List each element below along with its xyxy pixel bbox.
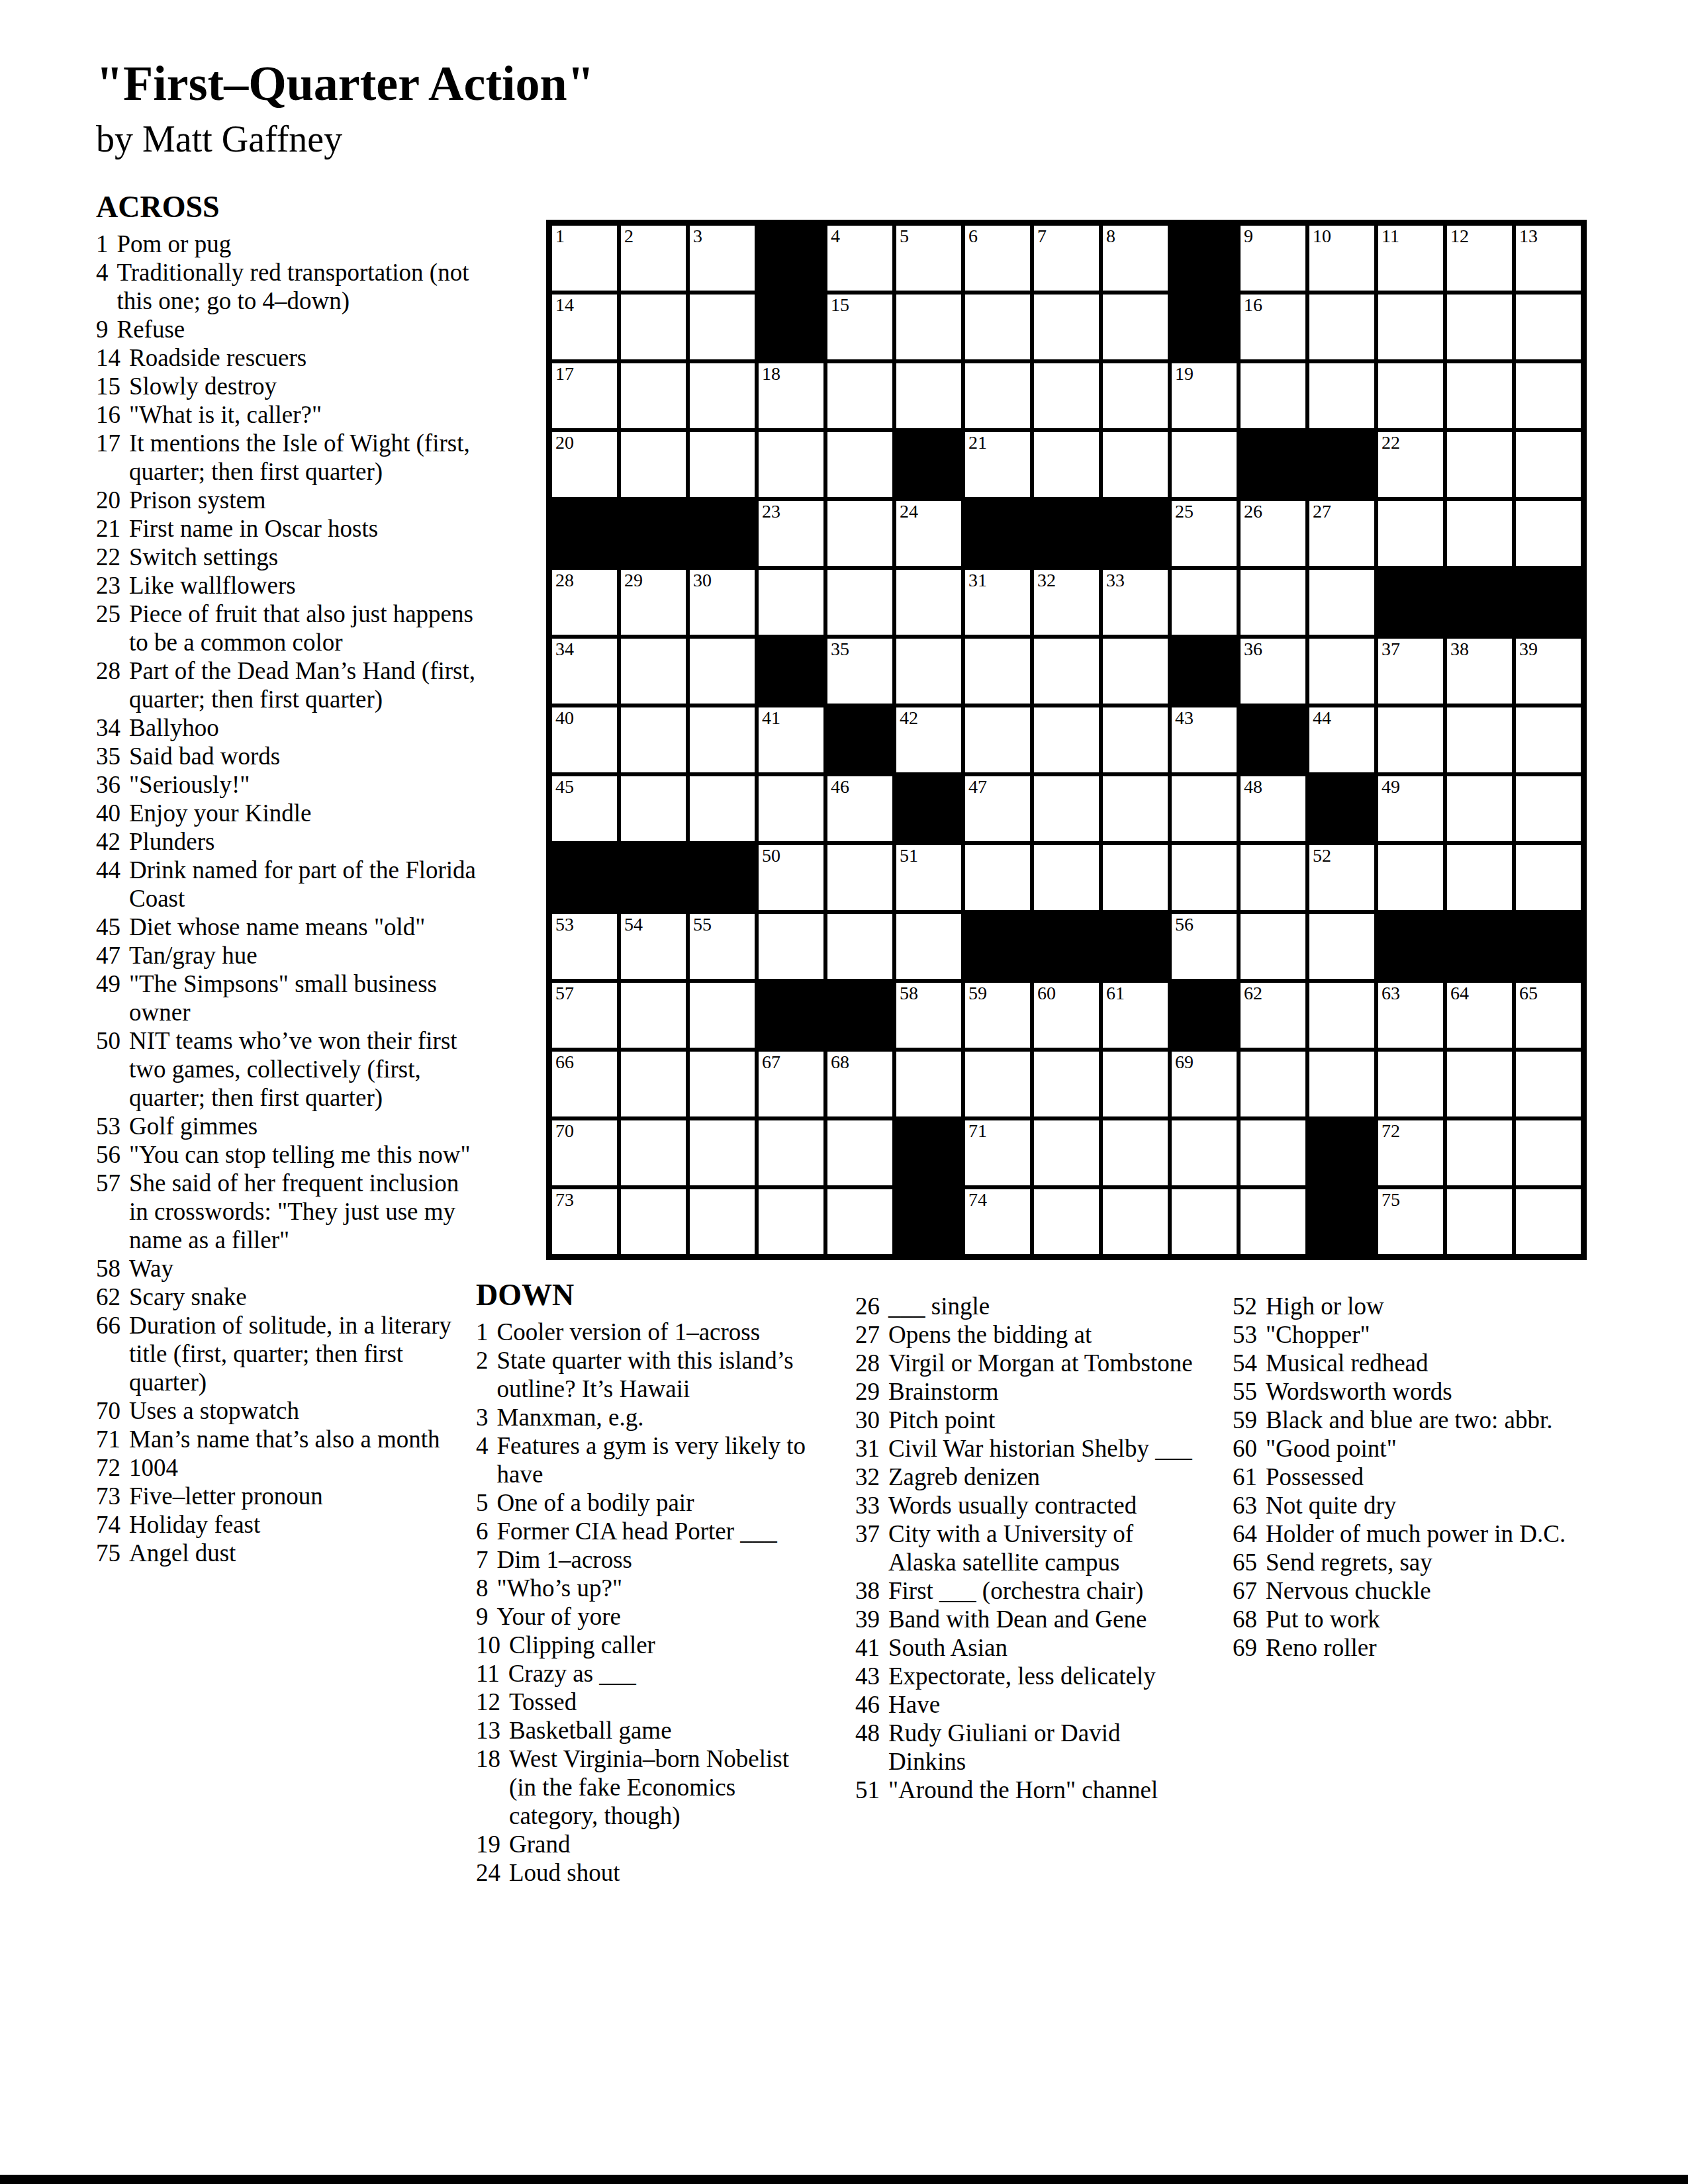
grid-cell[interactable]	[621, 363, 686, 428]
grid-cell[interactable]: 13	[1516, 226, 1581, 291]
grid-cell[interactable]: 18	[759, 363, 823, 428]
black-square	[1309, 1120, 1374, 1185]
clue-text: Piece of fruit that also just happens to…	[129, 600, 479, 657]
grid-cell[interactable]	[1378, 501, 1443, 566]
grid-cell[interactable]	[1172, 845, 1237, 910]
clue-text: She said of her frequent inclusion in cr…	[129, 1169, 479, 1254]
grid-cell[interactable]	[1103, 1120, 1168, 1185]
cell-number: 51	[900, 846, 918, 866]
grid-cell[interactable]: 23	[759, 501, 823, 566]
cell-number: 73	[555, 1190, 574, 1210]
grid-cell[interactable]: 37	[1378, 639, 1443, 704]
clue-text: Pom or pug	[117, 230, 479, 258]
grid-cell[interactable]	[1241, 1120, 1305, 1185]
cell-number: 6	[968, 226, 978, 246]
clue-number: 21	[96, 514, 120, 543]
grid-cell[interactable]: 35	[827, 639, 892, 704]
grid-cell[interactable]: 60	[1034, 983, 1099, 1048]
clue-number: 59	[1233, 1406, 1257, 1434]
grid-cell[interactable]	[896, 914, 961, 979]
clue-text: Have	[888, 1690, 1199, 1719]
grid-cell[interactable]	[896, 363, 961, 428]
clue-number: 28	[855, 1349, 880, 1377]
grid-cell[interactable]: 58	[896, 983, 961, 1048]
grid-cell[interactable]	[827, 845, 892, 910]
grid-cell[interactable]: 56	[1172, 914, 1237, 979]
grid-cell[interactable]	[621, 639, 686, 704]
cell-number: 43	[1175, 708, 1194, 728]
grid-cell[interactable]: 55	[690, 914, 755, 979]
grid-cell[interactable]	[1309, 1052, 1374, 1116]
down-clue: 5One of a bodily pair	[476, 1488, 810, 1517]
clue-number: 5	[476, 1488, 489, 1517]
grid-cell[interactable]	[759, 432, 823, 497]
grid-cell[interactable]	[1172, 776, 1237, 841]
grid-cell[interactable]	[1241, 570, 1305, 635]
grid-cell[interactable]	[1241, 1052, 1305, 1116]
clue-number: 62	[96, 1283, 120, 1311]
cell-number: 59	[968, 983, 987, 1003]
grid-cell[interactable]	[1034, 363, 1099, 428]
grid-cell[interactable]: 7	[1034, 226, 1099, 291]
grid-cell[interactable]	[1034, 639, 1099, 704]
grid-cell[interactable]: 30	[690, 570, 755, 635]
grid-cell[interactable]: 14	[552, 295, 617, 359]
grid-cell[interactable]: 59	[965, 983, 1030, 1048]
cell-number: 70	[555, 1121, 574, 1141]
grid-cell[interactable]	[690, 1120, 755, 1185]
grid-cell[interactable]	[1103, 295, 1168, 359]
black-square	[759, 295, 823, 359]
grid-cell[interactable]	[690, 1052, 755, 1116]
grid-cell[interactable]	[1172, 432, 1237, 497]
grid-cell[interactable]: 27	[1309, 501, 1374, 566]
across-clue: 49"The Simpsons" small business owner	[96, 970, 479, 1026]
grid-cell[interactable]: 29	[621, 570, 686, 635]
grid-cell[interactable]: 20	[552, 432, 617, 497]
grid-cell[interactable]	[1103, 1189, 1168, 1254]
grid-cell[interactable]	[827, 1120, 892, 1185]
grid-cell[interactable]: 72	[1378, 1120, 1443, 1185]
clue-number: 42	[96, 827, 120, 856]
cell-number: 25	[1175, 502, 1194, 522]
cell-number: 24	[900, 502, 918, 522]
grid-cell[interactable]	[827, 1189, 892, 1254]
grid-cell[interactable]	[690, 432, 755, 497]
grid-cell[interactable]	[1447, 1052, 1512, 1116]
grid-cell[interactable]	[896, 295, 961, 359]
clue-number: 54	[1233, 1349, 1257, 1377]
clue-number: 50	[96, 1026, 120, 1112]
grid-cell[interactable]	[1103, 845, 1168, 910]
grid-cell[interactable]: 6	[965, 226, 1030, 291]
grid-cell[interactable]	[690, 639, 755, 704]
grid-cell[interactable]	[1034, 1120, 1099, 1185]
grid-cell[interactable]	[1309, 983, 1374, 1048]
clue-number: 58	[96, 1254, 120, 1283]
grid-cell[interactable]	[621, 1120, 686, 1185]
across-clue: 42Plunders	[96, 827, 479, 856]
grid-cell[interactable]	[1447, 501, 1512, 566]
grid-cell[interactable]	[1034, 845, 1099, 910]
grid-cell[interactable]: 54	[621, 914, 686, 979]
grid-cell[interactable]: 12	[1447, 226, 1512, 291]
cell-number: 41	[762, 708, 780, 728]
grid-cell[interactable]: 74	[965, 1189, 1030, 1254]
grid-cell[interactable]: 1	[552, 226, 617, 291]
grid-cell[interactable]	[1378, 845, 1443, 910]
clue-number: 57	[96, 1169, 120, 1254]
grid-cell[interactable]	[1447, 1189, 1512, 1254]
clue-number: 25	[96, 600, 120, 657]
clue-text: High or low	[1266, 1292, 1613, 1320]
across-clue: 14Roadside rescuers	[96, 343, 479, 372]
clue-text: Man’s name that’s also a month	[129, 1425, 479, 1453]
grid-cell[interactable]	[1103, 639, 1168, 704]
cell-number: 74	[968, 1190, 987, 1210]
grid-cell[interactable]	[690, 776, 755, 841]
grid-cell[interactable]	[1378, 1052, 1443, 1116]
clue-number: 73	[96, 1482, 120, 1510]
grid-cell[interactable]	[759, 1120, 823, 1185]
grid-cell[interactable]: 67	[759, 1052, 823, 1116]
grid-cell[interactable]: 62	[1241, 983, 1305, 1048]
black-square	[1309, 776, 1374, 841]
cell-number: 28	[555, 570, 574, 590]
down-clue: 10Clipping caller	[476, 1631, 810, 1659]
grid-cell[interactable]: 15	[827, 295, 892, 359]
grid-cell[interactable]	[1447, 707, 1512, 772]
clue-number: 6	[476, 1517, 489, 1545]
across-clue: 721004	[96, 1453, 479, 1482]
grid-cell[interactable]	[1378, 363, 1443, 428]
grid-cell[interactable]	[690, 295, 755, 359]
grid-cell[interactable]	[1241, 1189, 1305, 1254]
grid-cell[interactable]	[1447, 295, 1512, 359]
grid-cell[interactable]	[1034, 1052, 1099, 1116]
grid-cell[interactable]: 24	[896, 501, 961, 566]
cell-number: 66	[555, 1052, 574, 1072]
crossword-grid[interactable]: 1234567891011121314151617181920212223242…	[546, 220, 1587, 1260]
grid-cell[interactable]	[690, 1189, 755, 1254]
grid-cell[interactable]: 32	[1034, 570, 1099, 635]
grid-cell[interactable]: 3	[690, 226, 755, 291]
grid-cell[interactable]: 48	[1241, 776, 1305, 841]
grid-cell[interactable]: 16	[1241, 295, 1305, 359]
grid-cell[interactable]: 36	[1241, 639, 1305, 704]
grid-cell[interactable]	[1172, 1120, 1237, 1185]
cell-number: 10	[1313, 226, 1331, 246]
clue-text: Band with Dean and Gene	[888, 1605, 1199, 1633]
black-square	[1309, 432, 1374, 497]
grid-cell[interactable]: 38	[1447, 639, 1512, 704]
black-square	[1516, 570, 1581, 635]
grid-cell[interactable]: 21	[965, 432, 1030, 497]
clue-number: 10	[476, 1631, 500, 1659]
clue-text: Virgil or Morgan at Tombstone	[888, 1349, 1199, 1377]
grid-cell[interactable]: 28	[552, 570, 617, 635]
grid-cell[interactable]	[1516, 1120, 1581, 1185]
clue-number: 47	[96, 941, 120, 970]
grid-cell[interactable]	[621, 776, 686, 841]
grid-cell[interactable]	[621, 707, 686, 772]
across-clue: 73Five–letter pronoun	[96, 1482, 479, 1510]
grid-cell[interactable]: 31	[965, 570, 1030, 635]
grid-cell[interactable]: 71	[965, 1120, 1030, 1185]
cell-number: 13	[1519, 226, 1538, 246]
cell-number: 46	[831, 777, 849, 797]
grid-cell[interactable]	[621, 1189, 686, 1254]
grid-cell[interactable]	[827, 501, 892, 566]
black-square	[552, 501, 617, 566]
clue-number: 63	[1233, 1491, 1257, 1520]
black-square	[690, 501, 755, 566]
grid-cell[interactable]	[965, 1052, 1030, 1116]
grid-cell[interactable]	[1447, 432, 1512, 497]
cell-number: 5	[900, 226, 909, 246]
grid-cell[interactable]	[690, 983, 755, 1048]
grid-cell[interactable]	[1447, 1120, 1512, 1185]
clue-number: 38	[855, 1576, 880, 1605]
grid-cell[interactable]	[827, 570, 892, 635]
clue-number: 1	[476, 1318, 489, 1346]
grid-cell[interactable]	[759, 570, 823, 635]
grid-cell[interactable]	[1447, 845, 1512, 910]
grid-cell[interactable]: 53	[552, 914, 617, 979]
grid-cell[interactable]	[1516, 845, 1581, 910]
grid-cell[interactable]: 50	[759, 845, 823, 910]
grid-cell[interactable]	[1103, 1052, 1168, 1116]
grid-cell[interactable]	[759, 776, 823, 841]
grid-cell[interactable]	[1309, 295, 1374, 359]
grid-cell[interactable]	[827, 432, 892, 497]
grid-cell[interactable]: 47	[965, 776, 1030, 841]
grid-cell[interactable]	[621, 295, 686, 359]
grid-cell[interactable]	[1172, 1189, 1237, 1254]
grid-cell[interactable]	[1516, 501, 1581, 566]
grid-cell[interactable]: 40	[552, 707, 617, 772]
grid-cell[interactable]	[1309, 914, 1374, 979]
grid-cell[interactable]: 63	[1378, 983, 1443, 1048]
clue-number: 15	[96, 372, 120, 400]
clue-number: 48	[855, 1719, 880, 1776]
grid-cell[interactable]	[1447, 776, 1512, 841]
clue-text: South Asian	[888, 1633, 1199, 1662]
grid-cell[interactable]: 61	[1103, 983, 1168, 1048]
clue-text: Grand	[509, 1830, 810, 1858]
grid-cell[interactable]	[1447, 363, 1512, 428]
down-clue: 52High or low	[1233, 1292, 1613, 1320]
grid-cell[interactable]	[1309, 363, 1374, 428]
grid-cell[interactable]: 51	[896, 845, 961, 910]
grid-cell[interactable]	[621, 983, 686, 1048]
clue-number: 34	[96, 713, 120, 742]
cell-number: 64	[1450, 983, 1469, 1003]
grid-cell[interactable]	[827, 363, 892, 428]
grid-cell[interactable]: 45	[552, 776, 617, 841]
grid-cell[interactable]: 69	[1172, 1052, 1237, 1116]
grid-cell[interactable]	[1516, 432, 1581, 497]
cell-number: 57	[555, 983, 574, 1003]
grid-cell[interactable]: 2	[621, 226, 686, 291]
clue-number: 51	[855, 1776, 880, 1804]
black-square	[1103, 914, 1168, 979]
clue-text: Roadside rescuers	[129, 343, 479, 372]
clue-number: 45	[96, 913, 120, 941]
grid-cell[interactable]	[759, 914, 823, 979]
grid-cell[interactable]	[621, 432, 686, 497]
grid-cell[interactable]	[759, 1189, 823, 1254]
grid-cell[interactable]: 52	[1309, 845, 1374, 910]
cell-number: 3	[693, 226, 702, 246]
down-clue: 37City with a University of Alaska satel…	[855, 1520, 1199, 1576]
cell-number: 61	[1106, 983, 1125, 1003]
grid-cell[interactable]	[1516, 776, 1581, 841]
grid-cell[interactable]	[1241, 845, 1305, 910]
black-square	[896, 1189, 961, 1254]
cell-number: 40	[555, 708, 574, 728]
grid-cell[interactable]	[1516, 707, 1581, 772]
grid-cell[interactable]: 68	[827, 1052, 892, 1116]
grid-cell[interactable]: 44	[1309, 707, 1374, 772]
down-clue-list-2: 26___ single27Opens the bidding at28Virg…	[855, 1292, 1199, 1804]
grid-cell[interactable]: 65	[1516, 983, 1581, 1048]
grid-cell[interactable]	[1034, 295, 1099, 359]
grid-cell[interactable]: 66	[552, 1052, 617, 1116]
down-section-column-1: DOWN 1Cooler version of 1–across2State q…	[476, 1277, 810, 1887]
grid-cell[interactable]	[965, 707, 1030, 772]
grid-cell[interactable]	[1103, 432, 1168, 497]
grid-cell[interactable]: 39	[1516, 639, 1581, 704]
cell-number: 12	[1450, 226, 1469, 246]
grid-cell[interactable]	[690, 363, 755, 428]
clue-number: 72	[96, 1453, 120, 1482]
grid-cell[interactable]: 49	[1378, 776, 1443, 841]
clue-text: Musical redhead	[1266, 1349, 1613, 1377]
grid-cell[interactable]	[827, 914, 892, 979]
grid-cell[interactable]: 75	[1378, 1189, 1443, 1254]
across-clue: 66Duration of solitude, in a literary ti…	[96, 1311, 479, 1396]
cell-number: 44	[1313, 708, 1331, 728]
clue-number: 53	[1233, 1320, 1257, 1349]
clue-number: 52	[1233, 1292, 1257, 1320]
grid-cell[interactable]	[1103, 776, 1168, 841]
grid-cell[interactable]	[1034, 707, 1099, 772]
grid-cell[interactable]	[965, 639, 1030, 704]
grid-cell[interactable]	[621, 1052, 686, 1116]
clue-text: Possessed	[1266, 1463, 1613, 1491]
across-clue: 22Switch settings	[96, 543, 479, 571]
across-clue: 75Angel dust	[96, 1539, 479, 1567]
clue-number: 8	[476, 1574, 489, 1602]
grid-cell[interactable]	[896, 1052, 961, 1116]
clue-text: Not quite dry	[1266, 1491, 1613, 1520]
clue-number: 31	[855, 1434, 880, 1463]
clue-text: One of a bodily pair	[497, 1488, 811, 1517]
clue-text: Brainstorm	[888, 1377, 1199, 1406]
grid-cell[interactable]: 17	[552, 363, 617, 428]
down-clue: 6Former CIA head Porter ___	[476, 1517, 810, 1545]
grid-cell[interactable]	[1516, 1189, 1581, 1254]
grid-cell[interactable]: 11	[1378, 226, 1443, 291]
grid-cell[interactable]: 25	[1172, 501, 1237, 566]
grid-cell[interactable]: 42	[896, 707, 961, 772]
grid-cell[interactable]: 57	[552, 983, 617, 1048]
cell-number: 55	[693, 915, 712, 934]
grid-cell[interactable]	[1309, 570, 1374, 635]
grid-cell[interactable]: 43	[1172, 707, 1237, 772]
clue-number: 24	[476, 1858, 500, 1887]
clue-number: 64	[1233, 1520, 1257, 1548]
down-clue: 30Pitch point	[855, 1406, 1199, 1434]
clue-number: 27	[855, 1320, 880, 1349]
grid-cell[interactable]	[1172, 570, 1237, 635]
grid-cell[interactable]: 9	[1241, 226, 1305, 291]
cell-number: 47	[968, 777, 987, 797]
down-clue: 38First ___ (orchestra chair)	[855, 1576, 1199, 1605]
grid-cell[interactable]	[1034, 1189, 1099, 1254]
cell-number: 62	[1244, 983, 1262, 1003]
across-clue: 62Scary snake	[96, 1283, 479, 1311]
grid-cell[interactable]	[1516, 1052, 1581, 1116]
grid-cell[interactable]: 8	[1103, 226, 1168, 291]
grid-cell[interactable]	[896, 639, 961, 704]
grid-cell[interactable]	[1241, 363, 1305, 428]
grid-cell[interactable]	[1103, 707, 1168, 772]
grid-cell[interactable]: 4	[827, 226, 892, 291]
black-square	[690, 845, 755, 910]
grid-cell[interactable]: 22	[1378, 432, 1443, 497]
down-clue: 2State quarter with this island’s outlin…	[476, 1346, 810, 1403]
clue-number: 43	[855, 1662, 880, 1690]
grid-cell[interactable]	[1034, 432, 1099, 497]
grid-cell[interactable]	[1516, 363, 1581, 428]
clue-number: 74	[96, 1510, 120, 1539]
grid-cell[interactable]	[965, 363, 1030, 428]
grid-cell[interactable]	[1378, 707, 1443, 772]
black-square	[827, 983, 892, 1048]
grid-cell[interactable]: 33	[1103, 570, 1168, 635]
across-header: ACROSS	[96, 189, 479, 224]
grid-cell[interactable]: 73	[552, 1189, 617, 1254]
grid-cell[interactable]	[965, 845, 1030, 910]
grid-cell[interactable]	[690, 707, 755, 772]
grid-cell[interactable]	[1241, 914, 1305, 979]
grid-cell[interactable]: 70	[552, 1120, 617, 1185]
grid-cell[interactable]	[1103, 363, 1168, 428]
grid-cell[interactable]: 64	[1447, 983, 1512, 1048]
clue-number: 68	[1233, 1605, 1257, 1633]
down-clue: 8"Who’s up?"	[476, 1574, 810, 1602]
grid-cell[interactable]: 10	[1309, 226, 1374, 291]
grid-cell[interactable]: 41	[759, 707, 823, 772]
grid-cell[interactable]	[896, 570, 961, 635]
clue-text: 1004	[129, 1453, 479, 1482]
grid-cell[interactable]	[1309, 639, 1374, 704]
grid-cell[interactable]	[1034, 776, 1099, 841]
across-clue: 44Drink named for part of the Florida Co…	[96, 856, 479, 913]
grid-cell[interactable]	[1378, 295, 1443, 359]
grid-cell[interactable]: 34	[552, 639, 617, 704]
grid-cell[interactable]: 26	[1241, 501, 1305, 566]
grid-cell[interactable]	[1516, 295, 1581, 359]
grid-cell[interactable]: 46	[827, 776, 892, 841]
cell-number: 67	[762, 1052, 780, 1072]
grid-cell[interactable]: 5	[896, 226, 961, 291]
grid-cell[interactable]: 19	[1172, 363, 1237, 428]
clue-number: 56	[96, 1140, 120, 1169]
grid-cell[interactable]	[965, 295, 1030, 359]
